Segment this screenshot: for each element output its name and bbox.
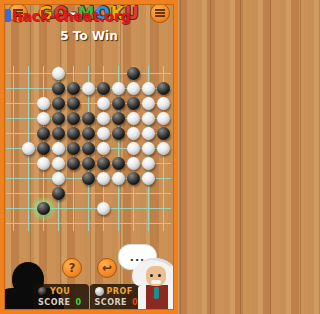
win-condition-label: 5 To Win xyxy=(0,29,178,43)
black-stone xyxy=(82,172,95,185)
white-stone xyxy=(82,82,95,95)
board-cell xyxy=(156,96,171,111)
board-cell xyxy=(96,81,111,96)
black-stone xyxy=(52,82,65,95)
board-cell xyxy=(156,126,171,141)
black-stone xyxy=(67,127,80,140)
white-stone xyxy=(22,142,35,155)
white-stone xyxy=(142,112,155,125)
menu-button-right[interactable] xyxy=(150,3,170,23)
board-cell xyxy=(51,111,66,126)
board-cell xyxy=(156,81,171,96)
board-cell xyxy=(66,156,81,171)
white-stone xyxy=(97,97,110,110)
white-stone xyxy=(142,142,155,155)
white-stone xyxy=(97,172,110,185)
white-stone xyxy=(127,127,140,140)
professor-tie xyxy=(154,287,159,299)
board-cell xyxy=(141,171,156,186)
board-cell xyxy=(36,111,51,126)
white-stone xyxy=(97,142,110,155)
black-stone xyxy=(82,127,95,140)
board-cell xyxy=(66,141,81,156)
board-cell xyxy=(51,66,66,81)
board-cell xyxy=(51,171,66,186)
black-stone xyxy=(67,157,80,170)
watermark-text: hack-cheat.org xyxy=(12,8,131,24)
board-cell xyxy=(111,126,126,141)
professor-avatar xyxy=(136,258,178,314)
white-stone-icon xyxy=(95,287,104,296)
board-cell xyxy=(96,111,111,126)
board-cell xyxy=(156,141,171,156)
board-cell xyxy=(111,156,126,171)
black-stone xyxy=(37,142,50,155)
score-panel: YOU SCORE 0 PROF SCORE 0 xyxy=(33,284,145,312)
board-cell xyxy=(51,156,66,171)
white-stone xyxy=(52,172,65,185)
board-cell xyxy=(141,81,156,96)
black-stone xyxy=(82,157,95,170)
black-stone xyxy=(82,112,95,125)
board-cell xyxy=(81,141,96,156)
undo-button[interactable]: ↩ xyxy=(97,258,117,278)
white-stone xyxy=(37,112,50,125)
board-cell xyxy=(111,111,126,126)
watermark-chip xyxy=(1,9,11,22)
white-stone xyxy=(52,142,65,155)
you-score-value: 0 xyxy=(76,298,82,307)
board-cell xyxy=(126,126,141,141)
black-stone xyxy=(112,112,125,125)
white-stone xyxy=(157,142,170,155)
white-stone xyxy=(97,112,110,125)
board-cell xyxy=(141,156,156,171)
white-stone xyxy=(157,97,170,110)
board-cell xyxy=(66,96,81,111)
board-cell xyxy=(96,141,111,156)
board-cell xyxy=(141,126,156,141)
black-stone xyxy=(52,187,65,200)
white-stone xyxy=(52,67,65,80)
player-you-label: YOU xyxy=(50,287,70,296)
board-cell xyxy=(36,141,51,156)
black-stone xyxy=(97,157,110,170)
board-cell xyxy=(81,156,96,171)
black-stone xyxy=(37,127,50,140)
board-cell xyxy=(96,96,111,111)
menu-icon xyxy=(155,9,165,17)
board-cell xyxy=(36,201,51,216)
black-stone xyxy=(37,202,50,215)
board-cell xyxy=(36,126,51,141)
white-stone xyxy=(157,112,170,125)
board-cell xyxy=(126,111,141,126)
white-stone xyxy=(142,127,155,140)
board-cell xyxy=(111,81,126,96)
white-stone xyxy=(112,172,125,185)
board-cell xyxy=(126,66,141,81)
white-stone xyxy=(97,202,110,215)
black-stone xyxy=(52,112,65,125)
white-stone xyxy=(127,82,140,95)
board-cell xyxy=(111,171,126,186)
board-cell xyxy=(66,81,81,96)
black-stone xyxy=(82,142,95,155)
board-cell xyxy=(141,96,156,111)
prof-score-label: SCORE xyxy=(95,298,128,307)
board-cell xyxy=(51,126,66,141)
white-stone xyxy=(112,82,125,95)
black-stone xyxy=(127,97,140,110)
black-stone xyxy=(157,127,170,140)
white-stone xyxy=(142,157,155,170)
board-cell xyxy=(81,171,96,186)
you-score-label: SCORE xyxy=(38,298,71,307)
board-cell xyxy=(126,156,141,171)
white-stone xyxy=(127,157,140,170)
board-cell xyxy=(126,141,141,156)
white-stone xyxy=(142,172,155,185)
board-cell xyxy=(141,111,156,126)
board-cell xyxy=(96,201,111,216)
board-cell xyxy=(21,141,36,156)
board-cell xyxy=(51,96,66,111)
player-you-cell: YOU SCORE 0 xyxy=(33,284,89,312)
professor-face xyxy=(146,266,166,286)
black-stone-icon xyxy=(38,287,47,296)
board-cell xyxy=(141,141,156,156)
black-stone xyxy=(52,127,65,140)
black-stone xyxy=(112,97,125,110)
board-cell xyxy=(66,111,81,126)
white-stone xyxy=(97,127,110,140)
black-stone xyxy=(127,67,140,80)
board-cell xyxy=(51,81,66,96)
black-stone xyxy=(127,172,140,185)
black-stone xyxy=(67,142,80,155)
white-stone xyxy=(127,112,140,125)
white-stone xyxy=(52,157,65,170)
player-prof-label: PROF xyxy=(107,287,133,296)
gomoku-board[interactable] xyxy=(6,66,171,231)
white-stone xyxy=(127,142,140,155)
help-button[interactable]: ? xyxy=(62,258,82,278)
black-stone xyxy=(112,127,125,140)
board-cell xyxy=(36,96,51,111)
black-stone xyxy=(67,97,80,110)
black-stone xyxy=(67,112,80,125)
board-cell xyxy=(126,81,141,96)
black-stone xyxy=(67,82,80,95)
board-cell xyxy=(126,96,141,111)
board-cell xyxy=(156,111,171,126)
board-cell xyxy=(81,81,96,96)
board-cell xyxy=(51,186,66,201)
black-stone xyxy=(52,97,65,110)
board-cell xyxy=(81,126,96,141)
board-cell xyxy=(81,111,96,126)
board-cell xyxy=(126,171,141,186)
white-stone xyxy=(37,157,50,170)
board-cell xyxy=(36,156,51,171)
black-stone xyxy=(112,157,125,170)
black-stone xyxy=(97,82,110,95)
board-cell xyxy=(51,141,66,156)
white-stone xyxy=(142,82,155,95)
board-cell xyxy=(66,126,81,141)
board-cell xyxy=(111,96,126,111)
board-cell xyxy=(96,126,111,141)
white-stone xyxy=(142,97,155,110)
board-cell xyxy=(96,171,111,186)
white-stone xyxy=(37,97,50,110)
black-stone xyxy=(157,82,170,95)
board-cell xyxy=(96,156,111,171)
